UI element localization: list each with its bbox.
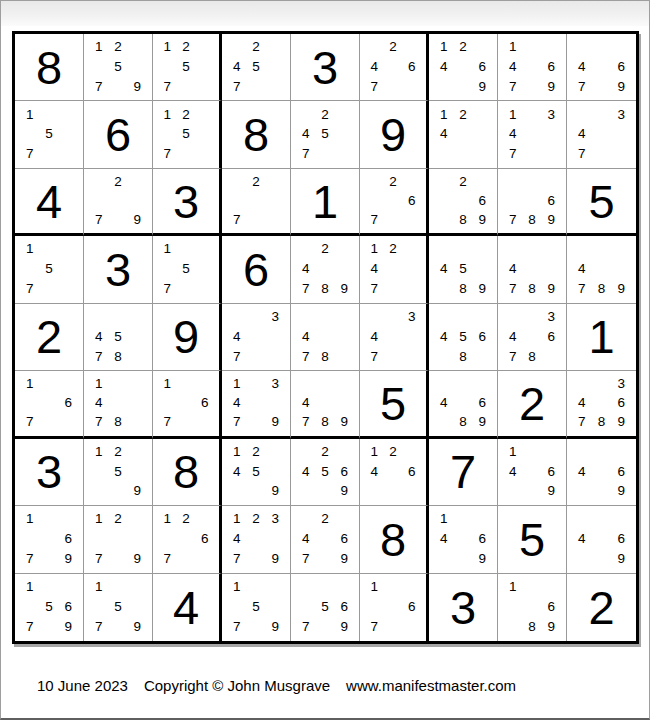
candidate-digit: 1 [89,374,108,393]
cell-r3c7[interactable]: 2689 [429,169,498,236]
candidate-digit: 4 [572,393,592,412]
cell-r9c8[interactable]: 1689 [498,574,567,641]
cell-r1c9[interactable]: 4679 [567,34,636,101]
solved-digit: 5 [360,371,426,435]
cell-r4c4[interactable]: 6 [222,236,291,303]
candidate-digit: 7 [89,617,108,637]
candidate-digit: 1 [434,104,453,124]
cell-r1c7[interactable]: 12469 [429,34,498,101]
solved-digit: 3 [15,439,83,505]
candidate-digit: 5 [246,597,265,617]
candidate-grid: 4789 [567,236,636,302]
cell-r6c9[interactable]: 346789 [567,371,636,438]
candidate-digit: 7 [89,77,108,97]
cell-r8c8[interactable]: 5 [498,506,567,573]
candidate-grid: 157 [15,101,83,167]
candidate-grid: 15679 [15,574,83,641]
candidate-digit: 4 [503,461,522,481]
cell-r5c6[interactable]: 347 [360,304,429,371]
candidate-grid: 27 [222,169,290,233]
cell-r2c3[interactable]: 1257 [153,101,222,168]
candidate-grid: 167 [15,371,83,435]
candidate-digit: 9 [473,413,492,432]
candidate-digit: 7 [296,279,315,299]
candidate-digit: 6 [195,529,214,549]
solved-digit: 8 [153,439,219,505]
cell-r2c1[interactable]: 157 [15,101,84,168]
cell-r5c3[interactable]: 9 [153,304,222,371]
cell-r9c6[interactable]: 167 [360,574,429,641]
candidate-digit: 7 [365,279,384,299]
candidate-grid: 347 [222,304,290,370]
candidate-digit: 4 [227,529,246,549]
cell-r3c6[interactable]: 267 [360,169,429,236]
candidate-digit: 1 [89,442,108,462]
candidate-grid: 1689 [498,574,566,641]
cell-r2c2[interactable]: 6 [84,101,153,168]
candidate-digit: 3 [266,509,285,529]
candidate-digit: 6 [59,597,78,617]
cell-r7c4[interactable]: 12459 [222,439,291,506]
candidate-digit: 1 [158,509,177,529]
candidate-digit: 7 [227,549,246,569]
candidate-digit: 4 [434,57,453,77]
candidate-grid: 4679 [567,34,636,100]
cell-r2c9[interactable]: 347 [567,101,636,168]
candidate-digit: 3 [266,307,285,327]
candidate-digit: 6 [542,597,561,617]
candidate-digit: 7 [227,77,246,97]
candidate-digit: 7 [296,144,315,164]
candidate-digit: 7 [503,144,522,164]
cell-r6c4[interactable]: 13479 [222,371,291,438]
candidate-grid: 157 [15,236,83,302]
cell-r4c6[interactable]: 1247 [360,236,429,303]
solved-digit: 8 [15,34,83,100]
candidate-digit: 4 [572,259,592,279]
candidate-digit: 6 [611,57,631,77]
candidate-digit: 7 [503,77,522,97]
cell-r5c4[interactable]: 347 [222,304,291,371]
candidate-grid: 1247 [360,236,426,302]
candidate-digit: 7 [296,413,315,432]
candidate-digit: 7 [503,210,522,229]
cell-r3c8[interactable]: 6789 [498,169,567,236]
candidate-digit: 1 [227,577,246,597]
cell-r6c8[interactable]: 2 [498,371,567,438]
cell-r2c5[interactable]: 2457 [291,101,360,168]
solved-digit: 2 [567,574,636,641]
cell-r6c6[interactable]: 5 [360,371,429,438]
candidate-grid: 1267 [153,506,219,572]
candidate-digit: 1 [89,37,108,57]
candidate-grid: 4578 [84,304,152,370]
candidate-grid: 4689 [429,371,497,435]
cell-r8c3[interactable]: 1267 [153,506,222,573]
candidate-digit: 1 [158,239,177,259]
candidate-digit: 6 [473,191,492,210]
candidate-digit: 9 [473,210,492,229]
candidate-digit: 5 [315,124,334,144]
candidate-digit: 2 [246,442,265,462]
candidate-digit: 9 [611,279,631,299]
candidate-digit: 2 [246,37,265,57]
cell-r3c2[interactable]: 279 [84,169,153,236]
cell-r5c9[interactable]: 1 [567,304,636,371]
cell-r5c1[interactable]: 2 [15,304,84,371]
candidate-digit: 4 [89,393,108,412]
cell-r4c5[interactable]: 24789 [291,236,360,303]
candidate-digit: 6 [542,327,561,347]
candidate-digit: 6 [473,327,492,347]
cell-r4c8[interactable]: 4789 [498,236,567,303]
cell-r3c3[interactable]: 3 [153,169,222,236]
cell-r3c1[interactable]: 4 [15,169,84,236]
candidate-digit: 1 [20,509,39,529]
candidate-digit: 6 [611,393,631,412]
candidate-digit: 6 [59,529,78,549]
candidate-digit: 2 [177,37,196,57]
candidate-digit: 3 [266,374,285,393]
candidate-digit: 9 [266,549,285,569]
cell-r8c2[interactable]: 1279 [84,506,153,573]
candidate-digit: 7 [227,210,246,229]
candidate-digit: 5 [39,124,58,144]
candidate-grid: 1257 [153,34,219,100]
candidate-digit: 8 [315,279,334,299]
candidate-digit: 7 [365,346,384,366]
candidate-digit: 9 [266,617,285,637]
candidate-digit: 7 [89,210,108,229]
cell-r4c1[interactable]: 157 [15,236,84,303]
cell-r6c7[interactable]: 4689 [429,371,498,438]
header-strip [1,1,649,26]
solved-digit: 1 [291,169,359,233]
candidate-grid: 12469 [429,34,497,100]
cell-r5c8[interactable]: 34678 [498,304,567,371]
candidate-grid: 167 [360,574,426,641]
candidate-digit: 5 [453,259,472,279]
candidate-digit: 7 [158,549,177,569]
candidate-digit: 2 [177,104,196,124]
solved-digit: 3 [153,169,219,233]
candidate-digit: 1 [434,509,453,529]
candidate-digit: 9 [266,413,285,432]
cell-r1c4[interactable]: 2457 [222,34,291,101]
candidate-grid: 157 [153,236,219,302]
cell-r3c4[interactable]: 27 [222,169,291,236]
candidate-grid: 1347 [498,101,566,167]
candidate-digit: 5 [177,259,196,279]
solved-digit: 5 [498,506,566,572]
candidate-digit: 8 [453,279,472,299]
cell-r5c2[interactable]: 4578 [84,304,153,371]
solved-digit: 8 [360,506,426,572]
cell-r3c9[interactable]: 5 [567,169,636,236]
cell-r9c5[interactable]: 5679 [291,574,360,641]
cell-r1c5[interactable]: 3 [291,34,360,101]
candidate-grid: 478 [291,304,359,370]
candidate-digit: 4 [296,124,315,144]
candidate-digit: 2 [384,172,403,191]
cell-r7c6[interactable]: 1246 [360,439,429,506]
candidate-digit: 9 [542,279,561,299]
candidate-grid: 13479 [222,371,290,435]
candidate-grid: 24569 [291,439,359,505]
cell-r6c2[interactable]: 1478 [84,371,153,438]
cell-r8c1[interactable]: 1679 [15,506,84,573]
candidate-grid: 469 [567,506,636,572]
cell-r4c2[interactable]: 3 [84,236,153,303]
candidate-digit: 9 [542,77,561,97]
cell-r7c9[interactable]: 469 [567,439,636,506]
cell-r8c7[interactable]: 1469 [429,506,498,573]
solved-digit: 4 [15,169,83,233]
website-text: www.manifestmaster.com [346,677,516,694]
candidate-digit: 6 [611,529,631,549]
candidate-digit: 6 [59,393,78,412]
candidate-digit: 8 [108,413,127,432]
candidate-digit: 7 [158,413,177,432]
candidate-digit: 4 [572,124,592,144]
candidate-digit: 7 [89,549,108,569]
candidate-digit: 5 [246,461,265,481]
candidate-digit: 1 [227,509,246,529]
copyright-text: Copyright © John Musgrave [144,677,330,694]
cell-r8c5[interactable]: 24679 [291,506,360,573]
candidate-digit: 2 [315,104,334,124]
solved-digit: 6 [222,236,290,302]
candidate-digit: 1 [365,577,384,597]
candidate-digit: 2 [384,442,403,462]
candidate-digit: 8 [592,413,612,432]
candidate-digit: 2 [108,442,127,462]
solved-digit: 2 [498,371,566,435]
candidate-digit: 4 [296,461,315,481]
cell-r9c9[interactable]: 2 [567,574,636,641]
candidate-digit: 5 [108,327,127,347]
candidate-grid: 124 [429,101,497,167]
candidate-digit: 8 [108,346,127,366]
candidate-digit: 6 [335,597,354,617]
candidate-digit: 4 [572,57,592,77]
cell-r6c5[interactable]: 4789 [291,371,360,438]
candidate-digit: 9 [542,481,561,501]
candidate-digit: 1 [158,104,177,124]
cell-r2c8[interactable]: 1347 [498,101,567,168]
cell-r7c5[interactable]: 24569 [291,439,360,506]
candidate-grid: 12579 [84,34,152,100]
candidate-digit: 1 [365,442,384,462]
cell-r4c7[interactable]: 4589 [429,236,498,303]
candidate-digit: 3 [542,307,561,327]
candidate-grid: 12459 [222,439,290,505]
cell-r9c1[interactable]: 15679 [15,574,84,641]
candidate-digit: 1 [20,374,39,393]
candidate-digit: 7 [572,77,592,97]
candidate-grid: 279 [84,169,152,233]
candidate-digit: 5 [108,57,127,77]
cell-r7c3[interactable]: 8 [153,439,222,506]
candidate-digit: 1 [434,37,453,57]
cell-r8c6[interactable]: 8 [360,506,429,573]
cell-r1c6[interactable]: 2467 [360,34,429,101]
candidate-grid: 1478 [84,371,152,435]
candidate-digit: 7 [365,617,384,637]
cell-r7c7[interactable]: 7 [429,439,498,506]
candidate-digit: 6 [473,393,492,412]
page: 8125791257245732467124691467946791576125… [0,0,650,720]
candidate-digit: 9 [611,77,631,97]
solved-digit: 3 [291,34,359,100]
candidate-digit: 1 [503,442,522,462]
candidate-digit: 2 [246,509,265,529]
candidate-digit: 6 [611,461,631,481]
candidate-grid: 34678 [498,304,566,370]
cell-r7c2[interactable]: 1259 [84,439,153,506]
candidate-digit: 8 [453,346,472,366]
cell-r2c4[interactable]: 8 [222,101,291,168]
candidate-digit: 1 [20,239,39,259]
candidate-digit: 6 [335,529,354,549]
candidate-grid: 1257 [153,101,219,167]
candidate-digit: 9 [335,617,354,637]
candidate-digit: 9 [128,481,147,501]
candidate-digit: 9 [542,210,561,229]
cell-r4c3[interactable]: 157 [153,236,222,303]
cell-r9c3[interactable]: 4 [153,574,222,641]
candidate-digit: 6 [195,393,214,412]
candidate-grid: 1259 [84,439,152,505]
footer: 10 June 2023 Copyright © John Musgrave w… [37,677,516,694]
candidate-grid: 1279 [84,506,152,572]
candidate-digit: 5 [453,327,472,347]
candidate-digit: 5 [108,461,127,481]
candidate-digit: 6 [402,597,421,617]
candidate-grid: 2457 [291,101,359,167]
candidate-digit: 7 [20,549,39,569]
candidate-digit: 7 [296,549,315,569]
candidate-digit: 4 [572,461,592,481]
cell-r7c8[interactable]: 1469 [498,439,567,506]
candidate-grid: 5679 [291,574,359,641]
solved-digit: 5 [567,169,636,233]
candidate-digit: 6 [402,461,421,481]
solved-digit: 6 [84,101,152,167]
candidate-grid: 6789 [498,169,566,233]
candidate-digit: 5 [177,57,196,77]
cell-r6c1[interactable]: 167 [15,371,84,438]
candidate-grid: 4589 [429,236,497,302]
candidate-digit: 7 [296,346,315,366]
candidate-digit: 6 [402,191,421,210]
candidate-digit: 9 [335,481,354,501]
cell-r5c5[interactable]: 478 [291,304,360,371]
candidate-grid: 24789 [291,236,359,302]
cell-r2c7[interactable]: 124 [429,101,498,168]
solved-digit: 4 [153,574,219,641]
candidate-digit: 4 [434,259,453,279]
solved-digit: 9 [153,304,219,370]
candidate-grid: 167 [153,371,219,435]
solved-digit: 1 [567,304,636,370]
cell-r2c6[interactable]: 9 [360,101,429,168]
candidate-digit: 1 [503,37,522,57]
candidate-grid: 2467 [360,34,426,100]
candidate-digit: 7 [158,279,177,299]
candidate-digit: 7 [20,279,39,299]
candidate-digit: 9 [128,210,147,229]
candidate-grid: 1469 [498,439,566,505]
candidate-grid: 267 [360,169,426,233]
candidate-digit: 1 [227,374,246,393]
candidate-grid: 2457 [222,34,290,100]
candidate-digit: 4 [227,327,246,347]
candidate-grid: 1469 [429,506,497,572]
candidate-digit: 2 [108,172,127,191]
candidate-digit: 4 [365,461,384,481]
candidate-digit: 4 [503,57,522,77]
candidate-digit: 6 [542,57,561,77]
candidate-digit: 1 [227,442,246,462]
candidate-digit: 9 [59,617,78,637]
cell-r8c9[interactable]: 469 [567,506,636,573]
candidate-digit: 6 [402,57,421,77]
candidate-digit: 7 [20,144,39,164]
candidate-digit: 9 [611,549,631,569]
candidate-digit: 4 [503,124,522,144]
candidate-digit: 2 [384,37,403,57]
candidate-digit: 6 [542,461,561,481]
cell-r7c1[interactable]: 3 [15,439,84,506]
cell-r9c4[interactable]: 1579 [222,574,291,641]
candidate-digit: 7 [572,279,592,299]
cell-r9c7[interactable]: 3 [429,574,498,641]
cell-r9c2[interactable]: 1579 [84,574,153,641]
candidate-digit: 1 [20,104,39,124]
cell-r4c9[interactable]: 4789 [567,236,636,303]
candidate-digit: 1 [158,374,177,393]
cell-r1c3[interactable]: 1257 [153,34,222,101]
candidate-digit: 7 [227,617,246,637]
candidate-grid: 24679 [291,506,359,572]
candidate-digit: 4 [227,57,246,77]
solved-digit: 7 [429,439,497,505]
candidate-digit: 4 [296,327,315,347]
sudoku-board: 8125791257245732467124691467946791576125… [12,31,639,644]
candidate-digit: 7 [572,144,592,164]
candidate-digit: 6 [473,529,492,549]
candidate-grid: 1679 [15,506,83,572]
cell-r8c4[interactable]: 123479 [222,506,291,573]
candidate-digit: 1 [503,577,522,597]
cell-r1c8[interactable]: 14679 [498,34,567,101]
candidate-digit: 8 [453,413,472,432]
candidate-digit: 9 [128,77,147,97]
candidate-digit: 7 [365,77,384,97]
cell-r3c5[interactable]: 1 [291,169,360,236]
candidate-digit: 9 [128,549,147,569]
cell-r1c1[interactable]: 8 [15,34,84,101]
candidate-digit: 1 [20,577,39,597]
cell-r5c7[interactable]: 4568 [429,304,498,371]
candidate-digit: 3 [542,104,561,124]
cell-r6c3[interactable]: 167 [153,371,222,438]
candidate-digit: 6 [542,191,561,210]
candidate-digit: 1 [503,104,522,124]
candidate-digit: 1 [89,577,108,597]
cell-r1c2[interactable]: 12579 [84,34,153,101]
